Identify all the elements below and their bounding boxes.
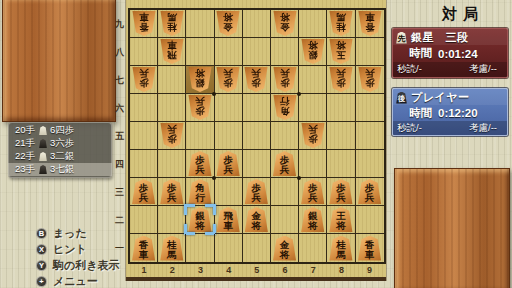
rank-label: 三 bbox=[113, 178, 126, 206]
piece-gote-香車[interactable]: 香車 bbox=[132, 236, 156, 261]
board-square-4八[interactable] bbox=[215, 38, 243, 66]
gote-time-value: 0:12:20 bbox=[438, 107, 478, 119]
board-square-2九[interactable]: 桂馬 bbox=[158, 10, 186, 38]
piece-sente-香車[interactable]: 香車 bbox=[358, 11, 382, 36]
board-square-5六[interactable] bbox=[243, 94, 271, 122]
board-square-6六[interactable]: 角行 bbox=[271, 94, 299, 122]
board-square-3六[interactable]: 歩兵 bbox=[186, 94, 214, 122]
board-square-7二[interactable]: 銀将 bbox=[299, 206, 327, 234]
board-square-1四[interactable] bbox=[130, 150, 158, 178]
piece-gote-香車[interactable]: 香車 bbox=[358, 236, 382, 261]
piece-sente-歩兵[interactable]: 歩兵 bbox=[301, 123, 325, 148]
board-square-8五[interactable] bbox=[327, 122, 355, 150]
board-square-4四[interactable]: 歩兵 bbox=[215, 150, 243, 178]
gote-piece-icon bbox=[39, 152, 47, 161]
board-square-2三[interactable]: 歩兵 bbox=[158, 178, 186, 206]
piece-sente-歩兵[interactable]: 歩兵 bbox=[329, 67, 353, 92]
piece-gote-歩兵[interactable]: 歩兵 bbox=[358, 179, 382, 204]
file-label: 8 bbox=[327, 265, 355, 275]
move-row: 20手6四歩 bbox=[8, 124, 112, 137]
board-square-6三[interactable] bbox=[271, 178, 299, 206]
piece-gote-銀将[interactable]: 銀将 bbox=[188, 207, 212, 232]
board-square-4一[interactable] bbox=[215, 234, 243, 262]
sente-time-label: 時間 bbox=[409, 46, 432, 61]
move-row: 22手3二銀 bbox=[8, 150, 112, 163]
board-square-1九[interactable]: 香車 bbox=[130, 10, 158, 38]
board-square-4三[interactable] bbox=[215, 178, 243, 206]
sente-badge-icon: 先 bbox=[396, 32, 407, 44]
rank-label: 七 bbox=[113, 66, 126, 94]
legend-item: Bまった bbox=[36, 225, 120, 241]
sente-byoyomi: 秒読/- bbox=[397, 63, 422, 76]
gote-byoyomi: 秒読/- bbox=[397, 122, 422, 135]
piece-sente-歩兵[interactable]: 歩兵 bbox=[273, 67, 297, 92]
board-square-5一[interactable] bbox=[243, 234, 271, 262]
board-square-6五[interactable] bbox=[271, 122, 299, 150]
gamepad-menu-icon: + bbox=[36, 276, 47, 287]
piece-gote-歩兵[interactable]: 歩兵 bbox=[216, 151, 240, 176]
board-square-3八[interactable] bbox=[186, 38, 214, 66]
board-square-8九[interactable]: 桂馬 bbox=[327, 10, 355, 38]
board-square-1五[interactable] bbox=[130, 122, 158, 150]
gote-player-name: プレイヤー bbox=[411, 90, 470, 105]
board-square-8四[interactable] bbox=[327, 150, 355, 178]
piece-gote-金将[interactable]: 金将 bbox=[244, 207, 268, 232]
board-square-4七[interactable]: 歩兵 bbox=[215, 66, 243, 94]
gamepad-x-icon: X bbox=[36, 244, 47, 255]
rank-label: 八 bbox=[113, 38, 126, 66]
board-square-9一[interactable]: 香車 bbox=[356, 234, 384, 262]
piece-sente-歩兵[interactable]: 歩兵 bbox=[160, 123, 184, 148]
file-label: 1 bbox=[130, 265, 158, 275]
piece-gote-歩兵[interactable]: 歩兵 bbox=[301, 179, 325, 204]
button-legend: BまったXヒントY駒の利き表示+メニュー bbox=[36, 225, 120, 288]
rank-label: 五 bbox=[113, 122, 126, 150]
board-square-7六[interactable] bbox=[299, 94, 327, 122]
piece-sente-金将[interactable]: 金将 bbox=[273, 11, 297, 36]
board-square-2四[interactable] bbox=[158, 150, 186, 178]
piece-gote-歩兵[interactable]: 歩兵 bbox=[329, 179, 353, 204]
board-grid: 香車桂馬金将金将桂馬香車飛車銀将玉将歩兵銀将歩兵歩兵歩兵歩兵歩兵歩兵角行歩兵歩兵… bbox=[128, 8, 386, 264]
board-square-8六[interactable] bbox=[327, 94, 355, 122]
gote-badge-icon: 後 bbox=[396, 92, 407, 104]
board-square-7一[interactable] bbox=[299, 234, 327, 262]
file-label: 7 bbox=[299, 265, 327, 275]
move-history-panel: 20手6四歩21手3六歩22手3二銀23手3七銀 bbox=[8, 122, 112, 178]
piece-sente-銀将[interactable]: 銀将 bbox=[301, 39, 325, 64]
piece-sente-歩兵[interactable]: 歩兵 bbox=[358, 67, 382, 92]
move-row: 21手3六歩 bbox=[8, 137, 112, 150]
piece-sente-歩兵[interactable]: 歩兵 bbox=[188, 95, 212, 120]
board-square-3五[interactable] bbox=[186, 122, 214, 150]
board-square-8一[interactable]: 桂馬 bbox=[327, 234, 355, 262]
piece-gote-歩兵[interactable]: 歩兵 bbox=[188, 151, 212, 176]
file-label: 6 bbox=[271, 265, 299, 275]
file-label: 3 bbox=[186, 265, 214, 275]
file-labels: 123456789 bbox=[130, 265, 384, 275]
board-square-3七[interactable]: 銀将 bbox=[186, 66, 214, 94]
sente-player-name: 銀星 三段 bbox=[411, 30, 469, 45]
board-square-2七[interactable] bbox=[158, 66, 186, 94]
file-label: 9 bbox=[356, 265, 384, 275]
board-square-2八[interactable]: 飛車 bbox=[158, 38, 186, 66]
board-square-9五[interactable] bbox=[356, 122, 384, 150]
board-square-1六[interactable] bbox=[130, 94, 158, 122]
board-square-7三[interactable]: 歩兵 bbox=[299, 178, 327, 206]
board-square-4二[interactable]: 飛車 bbox=[215, 206, 243, 234]
gote-info-card: 後 プレイヤー 時間 0:12:20 秒読/- 考慮/-- bbox=[392, 88, 508, 136]
board-square-9六[interactable] bbox=[356, 94, 384, 122]
board-square-1二[interactable] bbox=[130, 206, 158, 234]
piece-sente-桂馬[interactable]: 桂馬 bbox=[160, 11, 184, 36]
hoshi-dot bbox=[212, 92, 216, 96]
move-row: 23手3七銀 bbox=[8, 163, 112, 176]
hoshi-dot bbox=[297, 176, 301, 180]
piece-gote-歩兵[interactable]: 歩兵 bbox=[160, 179, 184, 204]
piece-gote-歩兵[interactable]: 歩兵 bbox=[132, 179, 156, 204]
file-label: 5 bbox=[243, 265, 271, 275]
board-square-7七[interactable] bbox=[299, 66, 327, 94]
piece-sente-桂馬[interactable]: 桂馬 bbox=[329, 11, 353, 36]
board-square-5九[interactable] bbox=[243, 10, 271, 38]
board-square-3一[interactable] bbox=[186, 234, 214, 262]
gote-consideration: 考慮/-- bbox=[469, 122, 497, 135]
legend-item: Y駒の利き表示 bbox=[36, 257, 120, 273]
gote-captured-tray bbox=[394, 168, 510, 288]
board-square-6七[interactable]: 歩兵 bbox=[271, 66, 299, 94]
piece-gote-桂馬[interactable]: 桂馬 bbox=[160, 236, 184, 261]
board-square-2五[interactable]: 歩兵 bbox=[158, 122, 186, 150]
board-square-8二[interactable]: 王将 bbox=[327, 206, 355, 234]
board-square-4六[interactable] bbox=[215, 94, 243, 122]
board-square-9四[interactable] bbox=[356, 150, 384, 178]
piece-gote-飛車[interactable]: 飛車 bbox=[216, 207, 240, 232]
legend-item: Xヒント bbox=[36, 241, 120, 257]
board-square-1八[interactable] bbox=[130, 38, 158, 66]
piece-sente-歩兵[interactable]: 歩兵 bbox=[244, 67, 268, 92]
board-square-2一[interactable]: 桂馬 bbox=[158, 234, 186, 262]
piece-sente-玉将[interactable]: 玉将 bbox=[329, 39, 353, 64]
piece-gote-桂馬[interactable]: 桂馬 bbox=[329, 236, 353, 261]
board-square-6四[interactable]: 歩兵 bbox=[271, 150, 299, 178]
board-square-9七[interactable]: 歩兵 bbox=[356, 66, 384, 94]
sente-info-card: 先 銀星 三段 時間 0:01:24 秒読/- 考慮/-- bbox=[392, 28, 508, 78]
piece-gote-銀将[interactable]: 銀将 bbox=[301, 207, 325, 232]
board-square-8七[interactable]: 歩兵 bbox=[327, 66, 355, 94]
sente-captured-tray bbox=[2, 0, 116, 122]
piece-gote-金将[interactable]: 金将 bbox=[273, 236, 297, 261]
board-square-4九[interactable]: 金将 bbox=[215, 10, 243, 38]
board-square-8八[interactable]: 玉将 bbox=[327, 38, 355, 66]
board-square-5八[interactable] bbox=[243, 38, 271, 66]
rank-label: 六 bbox=[113, 94, 126, 122]
rank-label: 九 bbox=[113, 10, 126, 38]
board-square-6二[interactable] bbox=[271, 206, 299, 234]
gamepad-b-icon: B bbox=[36, 228, 47, 239]
board-square-9三[interactable]: 歩兵 bbox=[356, 178, 384, 206]
file-label: 2 bbox=[158, 265, 186, 275]
hoshi-dot bbox=[297, 92, 301, 96]
piece-gote-角行[interactable]: 角行 bbox=[188, 179, 212, 204]
piece-gote-歩兵[interactable]: 歩兵 bbox=[273, 151, 297, 176]
gote-time-label: 時間 bbox=[409, 106, 432, 121]
board-square-1七[interactable]: 歩兵 bbox=[130, 66, 158, 94]
board-square-1三[interactable]: 歩兵 bbox=[130, 178, 158, 206]
piece-sente-角行[interactable]: 角行 bbox=[273, 95, 297, 120]
board-square-3九[interactable] bbox=[186, 10, 214, 38]
board-square-3四[interactable]: 歩兵 bbox=[186, 150, 214, 178]
piece-sente-香車[interactable]: 香車 bbox=[132, 11, 156, 36]
gote-piece-icon bbox=[39, 126, 47, 135]
board-square-9二[interactable] bbox=[356, 206, 384, 234]
sente-time-value: 0:01:24 bbox=[438, 48, 478, 60]
board-square-7八[interactable]: 銀将 bbox=[299, 38, 327, 66]
piece-gote-王将[interactable]: 王将 bbox=[329, 207, 353, 232]
piece-sente-金将[interactable]: 金将 bbox=[216, 11, 240, 36]
board-square-6九[interactable]: 金将 bbox=[271, 10, 299, 38]
board-square-7九[interactable] bbox=[299, 10, 327, 38]
sente-consideration: 考慮/-- bbox=[469, 63, 497, 76]
board-square-5三[interactable]: 歩兵 bbox=[243, 178, 271, 206]
piece-sente-歩兵[interactable]: 歩兵 bbox=[132, 67, 156, 92]
board-square-5七[interactable]: 歩兵 bbox=[243, 66, 271, 94]
piece-sente-歩兵[interactable]: 歩兵 bbox=[216, 67, 240, 92]
board-square-3三[interactable]: 角行 bbox=[186, 178, 214, 206]
board-square-5五[interactable] bbox=[243, 122, 271, 150]
sente-piece-icon bbox=[39, 139, 47, 148]
board-square-2六[interactable] bbox=[158, 94, 186, 122]
gamepad-y-icon: Y bbox=[36, 260, 47, 271]
board-square-9八[interactable] bbox=[356, 38, 384, 66]
board-square-5二[interactable]: 金将 bbox=[243, 206, 271, 234]
sente-piece-icon bbox=[39, 165, 47, 174]
board-square-7五[interactable]: 歩兵 bbox=[299, 122, 327, 150]
board-square-6八[interactable] bbox=[271, 38, 299, 66]
piece-sente-銀将[interactable]: 銀将 bbox=[188, 67, 212, 92]
shogi-game-screen: 九八七六五四三二一 香車桂馬金将金将桂馬香車飛車銀将玉将歩兵銀将歩兵歩兵歩兵歩兵… bbox=[0, 0, 512, 288]
board-square-7四[interactable] bbox=[299, 150, 327, 178]
board-square-1一[interactable]: 香車 bbox=[130, 234, 158, 262]
hoshi-dot bbox=[212, 176, 216, 180]
piece-sente-飛車[interactable]: 飛車 bbox=[160, 39, 184, 64]
legend-item: +メニュー bbox=[36, 273, 120, 288]
board-square-6一[interactable]: 金将 bbox=[271, 234, 299, 262]
board-square-5四[interactable] bbox=[243, 150, 271, 178]
file-label: 4 bbox=[215, 265, 243, 275]
board-square-4五[interactable] bbox=[215, 122, 243, 150]
board-square-8三[interactable]: 歩兵 bbox=[327, 178, 355, 206]
screen-title: 対局 bbox=[424, 5, 496, 24]
board-square-2二[interactable] bbox=[158, 206, 186, 234]
rank-label: 四 bbox=[113, 150, 126, 178]
board-square-3二[interactable]: 銀将 bbox=[186, 206, 214, 234]
piece-gote-歩兵[interactable]: 歩兵 bbox=[244, 179, 268, 204]
board-square-9九[interactable]: 香車 bbox=[356, 10, 384, 38]
